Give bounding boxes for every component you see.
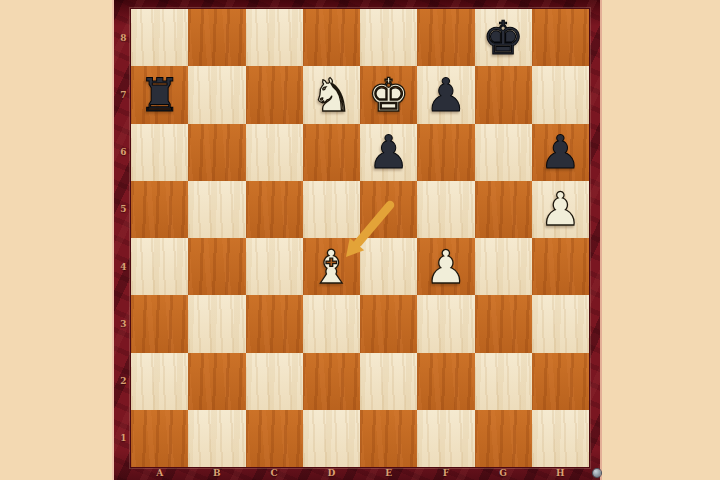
square-b2[interactable] <box>188 353 245 410</box>
page-background: ♚♜♞♚♟♟♟♟♝♟ 87654321 ABCDEFGH <box>0 0 720 480</box>
square-d4[interactable]: ♝ <box>303 238 360 295</box>
file-labels: ABCDEFGH <box>131 466 589 479</box>
file-label-a: A <box>131 466 188 479</box>
white-pawn-h5[interactable]: ♟ <box>540 186 581 232</box>
square-d3[interactable] <box>303 295 360 352</box>
square-g3[interactable] <box>475 295 532 352</box>
square-f8[interactable] <box>417 9 474 66</box>
square-e6[interactable]: ♟ <box>360 124 417 181</box>
square-f1[interactable] <box>417 410 474 467</box>
square-b1[interactable] <box>188 410 245 467</box>
square-a7[interactable]: ♜ <box>131 66 188 123</box>
white-pawn-f4[interactable]: ♟ <box>425 244 466 290</box>
file-label-e: E <box>360 466 417 479</box>
black-rook-a7[interactable]: ♜ <box>139 72 180 118</box>
square-a3[interactable] <box>131 295 188 352</box>
square-f6[interactable] <box>417 124 474 181</box>
square-g2[interactable] <box>475 353 532 410</box>
square-b7[interactable] <box>188 66 245 123</box>
square-b3[interactable] <box>188 295 245 352</box>
square-d8[interactable] <box>303 9 360 66</box>
square-b8[interactable] <box>188 9 245 66</box>
file-label-g: G <box>475 466 532 479</box>
rank-label-8: 8 <box>116 9 131 66</box>
square-a1[interactable] <box>131 410 188 467</box>
frame-corner-stud <box>593 469 601 477</box>
square-h4[interactable] <box>532 238 589 295</box>
white-bishop-d4[interactable]: ♝ <box>311 244 352 290</box>
square-f3[interactable] <box>417 295 474 352</box>
square-e8[interactable] <box>360 9 417 66</box>
white-king-e7[interactable]: ♚ <box>368 72 409 118</box>
square-g4[interactable] <box>475 238 532 295</box>
file-label-h: H <box>532 466 589 479</box>
square-a8[interactable] <box>131 9 188 66</box>
file-label-b: B <box>188 466 245 479</box>
square-h1[interactable] <box>532 410 589 467</box>
square-h8[interactable] <box>532 9 589 66</box>
square-f5[interactable] <box>417 181 474 238</box>
square-b6[interactable] <box>188 124 245 181</box>
square-b4[interactable] <box>188 238 245 295</box>
square-h6[interactable]: ♟ <box>532 124 589 181</box>
square-e1[interactable] <box>360 410 417 467</box>
square-f7[interactable]: ♟ <box>417 66 474 123</box>
square-g5[interactable] <box>475 181 532 238</box>
file-label-d: D <box>303 466 360 479</box>
square-f2[interactable] <box>417 353 474 410</box>
square-f4[interactable]: ♟ <box>417 238 474 295</box>
rank-label-5: 5 <box>116 181 131 238</box>
rank-label-3: 3 <box>116 295 131 352</box>
square-e5[interactable] <box>360 181 417 238</box>
square-c2[interactable] <box>246 353 303 410</box>
square-c5[interactable] <box>246 181 303 238</box>
square-d1[interactable] <box>303 410 360 467</box>
square-h3[interactable] <box>532 295 589 352</box>
square-e4[interactable] <box>360 238 417 295</box>
square-a4[interactable] <box>131 238 188 295</box>
rank-label-4: 4 <box>116 238 131 295</box>
square-a6[interactable] <box>131 124 188 181</box>
square-d7[interactable]: ♞ <box>303 66 360 123</box>
square-h5[interactable]: ♟ <box>532 181 589 238</box>
square-b5[interactable] <box>188 181 245 238</box>
black-pawn-f7[interactable]: ♟ <box>425 72 466 118</box>
rank-label-6: 6 <box>116 124 131 181</box>
square-c8[interactable] <box>246 9 303 66</box>
file-label-c: C <box>246 466 303 479</box>
square-e2[interactable] <box>360 353 417 410</box>
file-label-f: F <box>417 466 474 479</box>
square-d5[interactable] <box>303 181 360 238</box>
rank-labels: 87654321 <box>116 9 131 467</box>
black-king-g8[interactable]: ♚ <box>483 15 524 61</box>
square-g6[interactable] <box>475 124 532 181</box>
square-e7[interactable]: ♚ <box>360 66 417 123</box>
square-h2[interactable] <box>532 353 589 410</box>
square-a5[interactable] <box>131 181 188 238</box>
square-c7[interactable] <box>246 66 303 123</box>
black-pawn-h6[interactable]: ♟ <box>540 129 581 175</box>
square-c4[interactable] <box>246 238 303 295</box>
chess-board: ♚♜♞♚♟♟♟♟♝♟ <box>131 9 589 467</box>
rank-label-7: 7 <box>116 66 131 123</box>
square-c6[interactable] <box>246 124 303 181</box>
rank-label-2: 2 <box>116 353 131 410</box>
square-a2[interactable] <box>131 353 188 410</box>
square-d6[interactable] <box>303 124 360 181</box>
square-g1[interactable] <box>475 410 532 467</box>
white-knight-d7[interactable]: ♞ <box>311 72 352 118</box>
square-g7[interactable] <box>475 66 532 123</box>
square-h7[interactable] <box>532 66 589 123</box>
black-pawn-e6[interactable]: ♟ <box>368 129 409 175</box>
square-d2[interactable] <box>303 353 360 410</box>
square-e3[interactable] <box>360 295 417 352</box>
square-c3[interactable] <box>246 295 303 352</box>
square-c1[interactable] <box>246 410 303 467</box>
chess-board-frame: ♚♜♞♚♟♟♟♟♝♟ 87654321 ABCDEFGH <box>112 0 602 480</box>
rank-label-1: 1 <box>116 410 131 467</box>
square-g8[interactable]: ♚ <box>475 9 532 66</box>
